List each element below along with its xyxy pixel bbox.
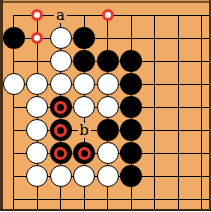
red-circle-mark-on-empty-point-icon (31, 9, 43, 21)
board-border-right (209, 0, 211, 211)
red-circle-mark-on-stone-icon (78, 147, 91, 160)
white-stone (26, 96, 48, 118)
white-stone (50, 27, 72, 49)
white-stone (73, 96, 95, 118)
black-stone (120, 142, 142, 164)
grid-line-vertical (178, 15, 179, 212)
go-board: ab (0, 0, 211, 211)
white-stone (97, 96, 119, 118)
black-stone (120, 73, 142, 95)
black-stone (97, 119, 119, 141)
grid-line-vertical (201, 15, 202, 212)
black-stone (120, 96, 142, 118)
white-stone (26, 119, 48, 141)
red-circle-mark-on-stone-icon (54, 147, 67, 160)
red-circle-mark-on-empty-point-icon (102, 9, 114, 21)
black-stone (97, 50, 119, 72)
white-stone (50, 165, 72, 187)
white-stone (73, 73, 95, 95)
board-border-bottom (0, 209, 211, 211)
black-stone (120, 119, 142, 141)
white-stone (97, 142, 119, 164)
grid-line-horizontal (13, 199, 211, 200)
board-border-left (0, 0, 3, 211)
red-circle-mark-on-stone-icon (54, 124, 67, 137)
point-label-a: a (54, 8, 67, 23)
black-stone (73, 27, 95, 49)
white-stone (97, 73, 119, 95)
red-circle-mark-on-stone-icon (54, 101, 67, 114)
board-border-top (0, 0, 211, 3)
white-stone (26, 165, 48, 187)
white-stone (73, 165, 95, 187)
white-stone (26, 73, 48, 95)
white-stone (3, 73, 25, 95)
black-stone (120, 165, 142, 187)
white-stone (97, 165, 119, 187)
grid-line-vertical (154, 15, 155, 212)
white-stone (26, 142, 48, 164)
black-stone (73, 50, 95, 72)
black-stone (3, 27, 25, 49)
white-stone (50, 50, 72, 72)
point-label-b: b (78, 123, 91, 138)
white-stone (50, 73, 72, 95)
red-circle-mark-on-empty-point-icon (31, 32, 43, 44)
black-stone (120, 50, 142, 72)
